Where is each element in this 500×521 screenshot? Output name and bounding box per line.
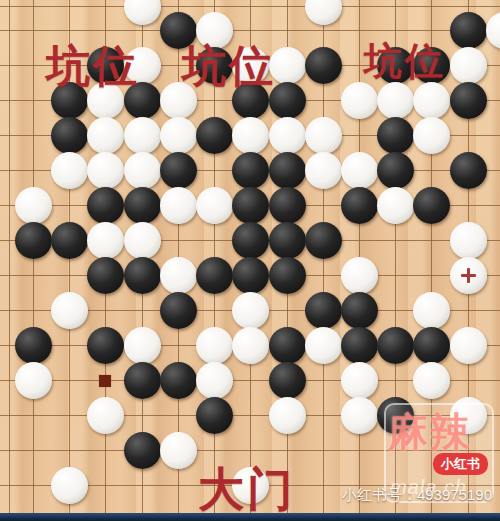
- screenshot-stage: 坑位坑位坑位大门 麻辣 小红书 mala.ch 小红书号：493975190: [0, 0, 500, 521]
- white-stone-12-4: [413, 117, 450, 154]
- white-stone-5-6: [160, 187, 197, 224]
- black-stone-8-8: [269, 257, 306, 294]
- white-stone-3-5: [87, 152, 124, 189]
- black-stone-12-6: [413, 187, 450, 224]
- pit-label-3: 坑位: [364, 42, 446, 80]
- white-stone-9-5: [305, 152, 342, 189]
- white-stone-6-10: [196, 327, 233, 364]
- white-stone-10-11: [341, 362, 378, 399]
- white-stone-10-3: [341, 82, 378, 119]
- white-stone-11-6: [377, 187, 414, 224]
- black-stone-2-7: [51, 222, 88, 259]
- grid-line-horizontal-0: [0, 6, 500, 7]
- black-stone-9-2: [305, 47, 342, 84]
- white-stone-13-2: [450, 47, 487, 84]
- xiaohongshu-id-text: 小红书号：493975190: [342, 486, 492, 505]
- white-stone-4-4: [124, 117, 161, 154]
- black-stone-12-10: [413, 327, 450, 364]
- black-stone-3-6: [87, 187, 124, 224]
- black-stone-11-12: [377, 397, 414, 434]
- black-stone-10-10: [341, 327, 378, 364]
- white-stone-3-12: [87, 397, 124, 434]
- black-stone-5-9: [160, 292, 197, 329]
- black-stone-8-5: [269, 152, 306, 189]
- black-stone-9-9: [305, 292, 342, 329]
- white-stone-13-7: [450, 222, 487, 259]
- white-stone-7-4: [232, 117, 269, 154]
- black-stone-8-11: [269, 362, 306, 399]
- white-stone-14-1: [486, 12, 500, 49]
- white-stone-12-3: [413, 82, 450, 119]
- black-stone-6-12: [196, 397, 233, 434]
- black-stone-7-7: [232, 222, 269, 259]
- white-stone-13-12: [450, 397, 487, 434]
- black-stone-5-11: [160, 362, 197, 399]
- black-stone-8-7: [269, 222, 306, 259]
- white-stone-1-11: [15, 362, 52, 399]
- black-stone-7-8: [232, 257, 269, 294]
- black-stone-4-13: [124, 432, 161, 469]
- black-stone-11-5: [377, 152, 414, 189]
- white-stone-9-10: [305, 327, 342, 364]
- black-stone-7-6: [232, 187, 269, 224]
- white-stone-5-4: [160, 117, 197, 154]
- pit-label-2: 坑位: [182, 44, 276, 88]
- white-stone-7-10: [232, 327, 269, 364]
- white-stone-2-5: [51, 152, 88, 189]
- black-stone-11-4: [377, 117, 414, 154]
- white-stone-2-14: [51, 467, 88, 504]
- black-stone-4-6: [124, 187, 161, 224]
- black-stone-13-5: [450, 152, 487, 189]
- white-stone-4-5: [124, 152, 161, 189]
- white-stone-7-9: [232, 292, 269, 329]
- white-stone-12-11: [413, 362, 450, 399]
- last-move-cross-marker: [461, 268, 476, 283]
- white-stone-8-4: [269, 117, 306, 154]
- black-stone-6-4: [196, 117, 233, 154]
- white-stone-6-11: [196, 362, 233, 399]
- grid-line-horizontal-12: [0, 415, 500, 416]
- white-stone-10-5: [341, 152, 378, 189]
- white-stone-12-9: [413, 292, 450, 329]
- white-stone-1-6: [15, 187, 52, 224]
- black-stone-10-9: [341, 292, 378, 329]
- white-stone-4-0: [124, 0, 161, 25]
- white-stone-2-9: [51, 292, 88, 329]
- white-stone-5-8: [160, 257, 197, 294]
- white-stone-8-12: [269, 397, 306, 434]
- grid-line-horizontal-13: [0, 450, 500, 451]
- grid-line-vertical-0: [9, 0, 10, 513]
- black-stone-4-11: [124, 362, 161, 399]
- white-stone-9-0: [305, 0, 342, 25]
- white-stone-11-3: [377, 82, 414, 119]
- black-stone-7-5: [232, 152, 269, 189]
- black-stone-1-7: [15, 222, 52, 259]
- black-stone-13-1: [450, 12, 487, 49]
- black-stone-5-5: [160, 152, 197, 189]
- go-board[interactable]: 坑位坑位坑位大门: [0, 0, 500, 513]
- black-stone-1-10: [15, 327, 52, 364]
- black-stone-8-6: [269, 187, 306, 224]
- white-stone-10-8: [341, 257, 378, 294]
- white-stone-4-10: [124, 327, 161, 364]
- black-stone-11-10: [377, 327, 414, 364]
- white-stone-6-6: [196, 187, 233, 224]
- black-stone-2-4: [51, 117, 88, 154]
- black-stone-6-8: [196, 257, 233, 294]
- white-stone-10-12: [341, 397, 378, 434]
- black-stone-4-8: [124, 257, 161, 294]
- white-stone-9-4: [305, 117, 342, 154]
- white-stone-3-4: [87, 117, 124, 154]
- grid-line-horizontal-1: [0, 30, 500, 31]
- black-stone-8-10: [269, 327, 306, 364]
- bottom-bar: [0, 513, 500, 521]
- black-stone-3-8: [87, 257, 124, 294]
- white-stone-5-13: [160, 432, 197, 469]
- pit-label-1: 坑位: [46, 44, 140, 88]
- black-stone-10-6: [341, 187, 378, 224]
- white-stone-13-10: [450, 327, 487, 364]
- white-stone-3-7: [87, 222, 124, 259]
- black-stone-13-3: [450, 82, 487, 119]
- black-stone-9-7: [305, 222, 342, 259]
- white-stone-4-7: [124, 222, 161, 259]
- gate-label: 大门: [198, 466, 296, 512]
- square-point-marker: [99, 375, 111, 387]
- black-stone-3-10: [87, 327, 124, 364]
